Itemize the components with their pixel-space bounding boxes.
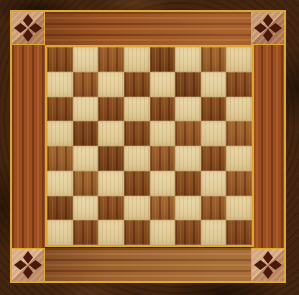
square-b4[interactable] xyxy=(73,146,99,171)
square-b7[interactable] xyxy=(73,72,99,97)
square-h5[interactable] xyxy=(226,121,252,146)
diamond-petal-icon xyxy=(269,23,282,33)
diamond-petal-icon xyxy=(14,260,27,270)
square-g4[interactable] xyxy=(201,146,227,171)
square-a3[interactable] xyxy=(47,171,73,196)
square-f1[interactable] xyxy=(175,220,201,245)
square-f6[interactable] xyxy=(175,97,201,122)
square-a4[interactable] xyxy=(47,146,73,171)
square-g2[interactable] xyxy=(201,196,227,221)
square-d2[interactable] xyxy=(124,196,150,221)
board-gold-border xyxy=(45,45,254,247)
diamond-petal-icon xyxy=(23,266,33,279)
square-d6[interactable] xyxy=(124,97,150,122)
square-b8[interactable] xyxy=(73,47,99,72)
frame-top-strip xyxy=(45,12,251,45)
diamond-petal-icon xyxy=(254,260,267,270)
square-b1[interactable] xyxy=(73,220,99,245)
frame-left-strip xyxy=(12,45,45,248)
square-h7[interactable] xyxy=(226,72,252,97)
square-d8[interactable] xyxy=(124,47,150,72)
square-f8[interactable] xyxy=(175,47,201,72)
square-e7[interactable] xyxy=(150,72,176,97)
corner-inlay-top-right xyxy=(251,12,284,45)
square-a7[interactable] xyxy=(47,72,73,97)
corner-inlay-top-left xyxy=(12,12,45,45)
diamond-petal-icon xyxy=(29,260,42,270)
square-c4[interactable] xyxy=(98,146,124,171)
square-h4[interactable] xyxy=(226,146,252,171)
square-h8[interactable] xyxy=(226,47,252,72)
square-c6[interactable] xyxy=(98,97,124,122)
square-g7[interactable] xyxy=(201,72,227,97)
square-g3[interactable] xyxy=(201,171,227,196)
square-d3[interactable] xyxy=(124,171,150,196)
square-b5[interactable] xyxy=(73,121,99,146)
square-a1[interactable] xyxy=(47,220,73,245)
square-h6[interactable] xyxy=(226,97,252,122)
diamond-petal-icon xyxy=(23,251,33,264)
square-e4[interactable] xyxy=(150,146,176,171)
square-e1[interactable] xyxy=(150,220,176,245)
square-a8[interactable] xyxy=(47,47,73,72)
square-c7[interactable] xyxy=(98,72,124,97)
square-e2[interactable] xyxy=(150,196,176,221)
square-a2[interactable] xyxy=(47,196,73,221)
square-e8[interactable] xyxy=(150,47,176,72)
square-c1[interactable] xyxy=(98,220,124,245)
diamond-petal-icon xyxy=(23,29,33,42)
diamond-petal-icon xyxy=(29,23,42,33)
square-e5[interactable] xyxy=(150,121,176,146)
diamond-petal-icon xyxy=(14,23,27,33)
diamond-petal-icon xyxy=(263,266,273,279)
square-g5[interactable] xyxy=(201,121,227,146)
corner-inlay-bottom-right xyxy=(251,248,284,281)
square-f4[interactable] xyxy=(175,146,201,171)
square-d7[interactable] xyxy=(124,72,150,97)
square-c8[interactable] xyxy=(98,47,124,72)
board-photo xyxy=(0,0,299,295)
square-f3[interactable] xyxy=(175,171,201,196)
square-d1[interactable] xyxy=(124,220,150,245)
diamond-petal-icon xyxy=(254,23,267,33)
frame-bottom-strip xyxy=(45,248,251,281)
square-e6[interactable] xyxy=(150,97,176,122)
square-h2[interactable] xyxy=(226,196,252,221)
square-a5[interactable] xyxy=(47,121,73,146)
square-f5[interactable] xyxy=(175,121,201,146)
frame-right-strip xyxy=(251,45,284,248)
board xyxy=(47,47,252,245)
diamond-petal-icon xyxy=(263,29,273,42)
square-d5[interactable] xyxy=(124,121,150,146)
square-h3[interactable] xyxy=(226,171,252,196)
square-c3[interactable] xyxy=(98,171,124,196)
square-f2[interactable] xyxy=(175,196,201,221)
diamond-petal-icon xyxy=(263,14,273,27)
corner-inlay-bottom-left xyxy=(12,248,45,281)
square-e3[interactable] xyxy=(150,171,176,196)
diamond-petal-icon xyxy=(23,14,33,27)
square-b2[interactable] xyxy=(73,196,99,221)
square-g6[interactable] xyxy=(201,97,227,122)
diamond-petal-icon xyxy=(269,260,282,270)
square-a6[interactable] xyxy=(47,97,73,122)
square-h1[interactable] xyxy=(226,220,252,245)
square-g1[interactable] xyxy=(201,220,227,245)
square-c5[interactable] xyxy=(98,121,124,146)
square-c2[interactable] xyxy=(98,196,124,221)
square-b6[interactable] xyxy=(73,97,99,122)
square-f7[interactable] xyxy=(175,72,201,97)
square-b3[interactable] xyxy=(73,171,99,196)
diamond-petal-icon xyxy=(263,251,273,264)
square-g8[interactable] xyxy=(201,47,227,72)
square-d4[interactable] xyxy=(124,146,150,171)
